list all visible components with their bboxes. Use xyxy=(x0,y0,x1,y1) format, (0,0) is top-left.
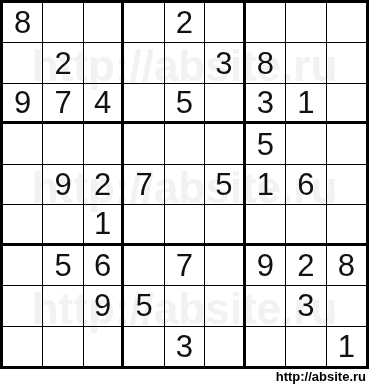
cell-r7c8[interactable]: 2 xyxy=(286,246,325,285)
cell-r8c7[interactable] xyxy=(246,286,285,325)
cell-r1c2[interactable] xyxy=(43,3,82,42)
cell-r1c8[interactable] xyxy=(286,3,325,42)
cell-r2c4[interactable] xyxy=(124,43,163,82)
cell-r2c3[interactable] xyxy=(84,43,123,82)
cell-r5c9[interactable] xyxy=(327,165,366,204)
cell-r9c7[interactable] xyxy=(246,327,285,366)
cell-r1c4[interactable] xyxy=(124,3,163,42)
cell-r6c1[interactable] xyxy=(3,205,42,244)
cell-r4c2[interactable] xyxy=(43,124,82,163)
cell-r6c8[interactable] xyxy=(286,205,325,244)
cell-r1c6[interactable] xyxy=(205,3,244,42)
cell-r6c7[interactable] xyxy=(246,205,285,244)
cell-r1c7[interactable] xyxy=(246,3,285,42)
cell-r2c2[interactable]: 2 xyxy=(43,43,82,82)
cell-r7c2[interactable]: 5 xyxy=(43,246,82,285)
cell-r3c1[interactable]: 9 xyxy=(3,84,42,123)
cell-r3c6[interactable] xyxy=(205,84,244,123)
cell-r2c9[interactable] xyxy=(327,43,366,82)
cell-r7c9[interactable]: 8 xyxy=(327,246,366,285)
cell-r1c9[interactable] xyxy=(327,3,366,42)
cell-r1c1[interactable]: 8 xyxy=(3,3,42,42)
cell-r5c8[interactable]: 6 xyxy=(286,165,325,204)
cell-r1c5[interactable]: 2 xyxy=(165,3,204,42)
cell-r9c4[interactable] xyxy=(124,327,163,366)
cell-r5c6[interactable]: 5 xyxy=(205,165,244,204)
cell-r2c6[interactable]: 3 xyxy=(205,43,244,82)
sudoku-page: http://absite.ru http://absite.ru http:/… xyxy=(0,0,369,384)
cell-r3c7[interactable]: 3 xyxy=(246,84,285,123)
cell-r6c4[interactable] xyxy=(124,205,163,244)
cell-r9c9[interactable]: 1 xyxy=(327,327,366,366)
cell-r4c3[interactable] xyxy=(84,124,123,163)
cell-r3c5[interactable]: 5 xyxy=(165,84,204,123)
cell-r7c6[interactable] xyxy=(205,246,244,285)
cell-r9c2[interactable] xyxy=(43,327,82,366)
cell-r7c5[interactable]: 7 xyxy=(165,246,204,285)
cell-r8c8[interactable]: 3 xyxy=(286,286,325,325)
cell-r8c5[interactable] xyxy=(165,286,204,325)
cell-r4c9[interactable] xyxy=(327,124,366,163)
cell-r1c3[interactable] xyxy=(84,3,123,42)
cell-r7c3[interactable]: 6 xyxy=(84,246,123,285)
cell-r7c7[interactable]: 9 xyxy=(246,246,285,285)
cell-r9c5[interactable]: 3 xyxy=(165,327,204,366)
cell-r8c3[interactable]: 9 xyxy=(84,286,123,325)
cell-r7c4[interactable] xyxy=(124,246,163,285)
cell-r5c4[interactable]: 7 xyxy=(124,165,163,204)
cell-r7c1[interactable] xyxy=(3,246,42,285)
cell-r4c5[interactable] xyxy=(165,124,204,163)
cell-r6c9[interactable] xyxy=(327,205,366,244)
cell-r6c5[interactable] xyxy=(165,205,204,244)
cell-r3c2[interactable]: 7 xyxy=(43,84,82,123)
cell-r5c5[interactable] xyxy=(165,165,204,204)
cell-r4c8[interactable] xyxy=(286,124,325,163)
cell-r2c7[interactable]: 8 xyxy=(246,43,285,82)
sudoku-board: http://absite.ru http://absite.ru http:/… xyxy=(0,0,369,369)
cell-r5c1[interactable] xyxy=(3,165,42,204)
cell-r6c2[interactable] xyxy=(43,205,82,244)
site-url: http://absite.ru xyxy=(0,369,369,384)
cell-r3c3[interactable]: 4 xyxy=(84,84,123,123)
cell-r4c4[interactable] xyxy=(124,124,163,163)
cell-r8c6[interactable] xyxy=(205,286,244,325)
cell-r8c9[interactable] xyxy=(327,286,366,325)
cell-r5c7[interactable]: 1 xyxy=(246,165,285,204)
cell-r2c8[interactable] xyxy=(286,43,325,82)
cell-r3c9[interactable] xyxy=(327,84,366,123)
cell-r8c1[interactable] xyxy=(3,286,42,325)
cell-r5c2[interactable]: 9 xyxy=(43,165,82,204)
cell-r9c1[interactable] xyxy=(3,327,42,366)
cell-r5c3[interactable]: 2 xyxy=(84,165,123,204)
cell-r6c6[interactable] xyxy=(205,205,244,244)
cell-r9c3[interactable] xyxy=(84,327,123,366)
cell-r4c6[interactable] xyxy=(205,124,244,163)
cell-r9c8[interactable] xyxy=(286,327,325,366)
cell-r4c1[interactable] xyxy=(3,124,42,163)
cell-r9c6[interactable] xyxy=(205,327,244,366)
cell-r2c1[interactable] xyxy=(3,43,42,82)
cell-r3c4[interactable] xyxy=(124,84,163,123)
cell-r2c5[interactable] xyxy=(165,43,204,82)
cell-r8c2[interactable] xyxy=(43,286,82,325)
cell-r3c8[interactable]: 1 xyxy=(286,84,325,123)
cell-r4c7[interactable]: 5 xyxy=(246,124,285,163)
cell-r8c4[interactable]: 5 xyxy=(124,286,163,325)
cell-r6c3[interactable]: 1 xyxy=(84,205,123,244)
